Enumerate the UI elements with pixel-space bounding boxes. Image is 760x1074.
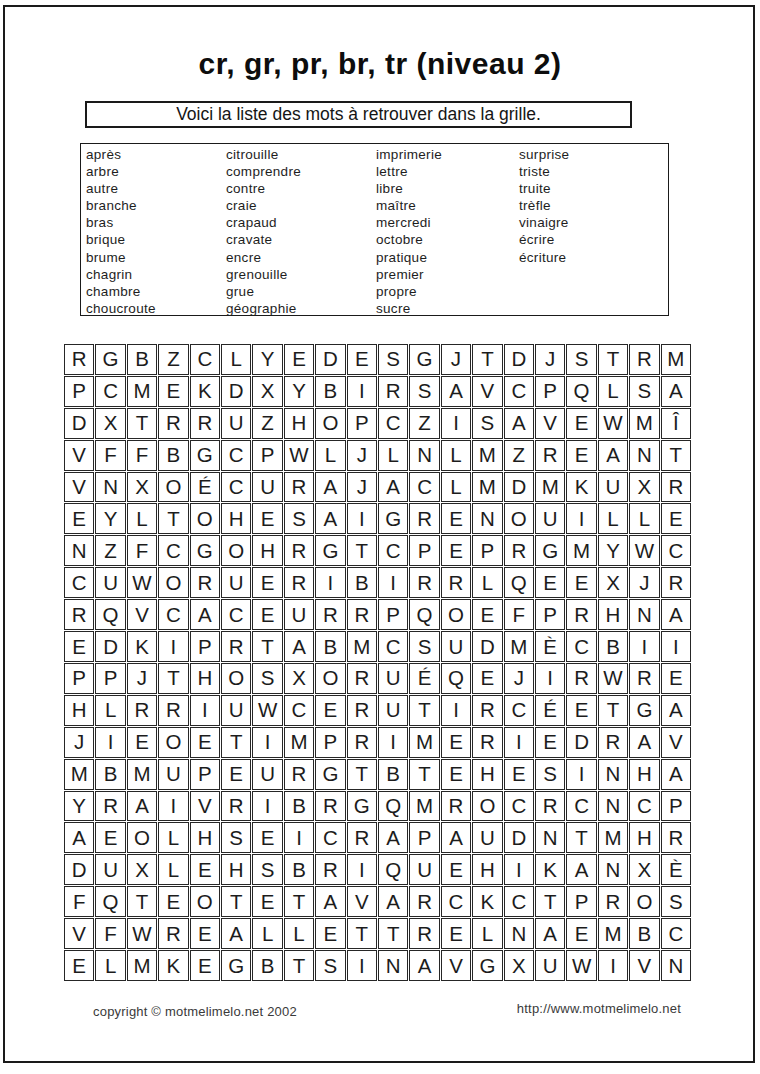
grid-cell[interactable]: R: [629, 344, 659, 375]
grid-cell[interactable]: E: [472, 663, 502, 694]
grid-cell[interactable]: C: [566, 631, 596, 662]
grid-cell[interactable]: E: [158, 886, 188, 917]
grid-cell[interactable]: U: [441, 631, 471, 662]
grid-cell[interactable]: Q: [409, 599, 439, 630]
grid-cell[interactable]: R: [347, 822, 377, 853]
grid-cell[interactable]: D: [566, 727, 596, 758]
grid-cell[interactable]: X: [284, 663, 314, 694]
grid-cell[interactable]: R: [441, 567, 471, 598]
grid-cell[interactable]: P: [378, 599, 408, 630]
grid-cell[interactable]: V: [661, 727, 691, 758]
grid-cell[interactable]: C: [190, 344, 220, 375]
grid-cell[interactable]: W: [127, 567, 157, 598]
grid-cell[interactable]: L: [629, 503, 659, 534]
grid-cell[interactable]: N: [409, 440, 439, 471]
grid-cell[interactable]: R: [472, 695, 502, 726]
grid-cell[interactable]: L: [158, 854, 188, 885]
grid-cell[interactable]: X: [252, 376, 282, 407]
grid-cell[interactable]: D: [64, 854, 94, 885]
grid-cell[interactable]: C: [284, 695, 314, 726]
grid-cell[interactable]: E: [441, 727, 471, 758]
grid-cell[interactable]: I: [378, 567, 408, 598]
grid-cell[interactable]: I: [441, 695, 471, 726]
grid-cell[interactable]: P: [661, 791, 691, 822]
grid-cell[interactable]: G: [315, 535, 345, 566]
grid-cell[interactable]: S: [315, 950, 345, 981]
grid-cell[interactable]: R: [64, 599, 94, 630]
grid-cell[interactable]: U: [221, 567, 251, 598]
grid-cell[interactable]: R: [535, 440, 565, 471]
grid-cell[interactable]: E: [190, 950, 220, 981]
grid-cell[interactable]: P: [409, 822, 439, 853]
grid-cell[interactable]: B: [629, 918, 659, 949]
grid-cell[interactable]: V: [347, 886, 377, 917]
grid-cell[interactable]: N: [535, 822, 565, 853]
grid-cell[interactable]: S: [409, 376, 439, 407]
grid-cell[interactable]: E: [64, 503, 94, 534]
grid-cell[interactable]: T: [252, 631, 282, 662]
grid-cell[interactable]: X: [95, 408, 125, 439]
grid-cell[interactable]: O: [315, 408, 345, 439]
grid-cell[interactable]: G: [95, 344, 125, 375]
grid-cell[interactable]: U: [535, 503, 565, 534]
grid-cell[interactable]: T: [598, 344, 628, 375]
grid-cell[interactable]: S: [566, 344, 596, 375]
grid-cell[interactable]: K: [472, 886, 502, 917]
grid-cell[interactable]: C: [661, 535, 691, 566]
grid-cell[interactable]: Z: [95, 535, 125, 566]
grid-cell[interactable]: W: [284, 440, 314, 471]
grid-cell[interactable]: T: [598, 695, 628, 726]
grid-cell[interactable]: R: [535, 791, 565, 822]
grid-cell[interactable]: F: [95, 918, 125, 949]
grid-cell[interactable]: É: [190, 472, 220, 503]
grid-cell[interactable]: Y: [284, 376, 314, 407]
grid-cell[interactable]: R: [472, 727, 502, 758]
grid-cell[interactable]: S: [378, 344, 408, 375]
grid-cell[interactable]: U: [535, 950, 565, 981]
grid-cell[interactable]: Y: [64, 791, 94, 822]
grid-cell[interactable]: I: [566, 503, 596, 534]
grid-cell[interactable]: R: [284, 535, 314, 566]
grid-cell[interactable]: J: [127, 663, 157, 694]
grid-cell[interactable]: R: [661, 567, 691, 598]
grid-cell[interactable]: L: [472, 567, 502, 598]
grid-cell[interactable]: M: [472, 472, 502, 503]
grid-cell[interactable]: A: [566, 854, 596, 885]
grid-cell[interactable]: L: [315, 440, 345, 471]
grid-cell[interactable]: U: [378, 663, 408, 694]
grid-cell[interactable]: H: [221, 854, 251, 885]
grid-cell[interactable]: T: [661, 440, 691, 471]
grid-cell[interactable]: A: [441, 822, 471, 853]
grid-cell[interactable]: V: [441, 950, 471, 981]
grid-cell[interactable]: M: [504, 631, 534, 662]
grid-cell[interactable]: K: [566, 472, 596, 503]
grid-cell[interactable]: R: [347, 599, 377, 630]
grid-cell[interactable]: B: [252, 950, 282, 981]
grid-cell[interactable]: I: [378, 727, 408, 758]
grid-cell[interactable]: N: [629, 599, 659, 630]
grid-cell[interactable]: V: [64, 918, 94, 949]
grid-cell[interactable]: R: [409, 503, 439, 534]
grid-cell[interactable]: C: [661, 918, 691, 949]
grid-cell[interactable]: P: [190, 631, 220, 662]
grid-cell[interactable]: R: [95, 791, 125, 822]
grid-cell[interactable]: U: [158, 759, 188, 790]
grid-cell[interactable]: I: [347, 376, 377, 407]
grid-cell[interactable]: N: [378, 950, 408, 981]
grid-cell[interactable]: J: [504, 663, 534, 694]
grid-cell[interactable]: R: [661, 822, 691, 853]
grid-cell[interactable]: I: [347, 503, 377, 534]
grid-cell[interactable]: E: [566, 918, 596, 949]
grid-cell[interactable]: U: [252, 472, 282, 503]
grid-cell[interactable]: T: [472, 344, 502, 375]
grid-cell[interactable]: D: [504, 344, 534, 375]
grid-cell[interactable]: W: [127, 918, 157, 949]
grid-cell[interactable]: R: [221, 631, 251, 662]
grid-cell[interactable]: I: [284, 822, 314, 853]
grid-cell[interactable]: U: [598, 472, 628, 503]
grid-cell[interactable]: T: [127, 886, 157, 917]
grid-cell[interactable]: Q: [378, 854, 408, 885]
grid-cell[interactable]: V: [629, 950, 659, 981]
grid-cell[interactable]: P: [64, 663, 94, 694]
grid-cell[interactable]: M: [64, 759, 94, 790]
grid-cell[interactable]: E: [566, 567, 596, 598]
grid-cell[interactable]: E: [441, 854, 471, 885]
grid-cell[interactable]: I: [347, 854, 377, 885]
grid-cell[interactable]: T: [409, 759, 439, 790]
grid-cell[interactable]: I: [252, 791, 282, 822]
grid-cell[interactable]: E: [472, 599, 502, 630]
grid-cell[interactable]: E: [95, 822, 125, 853]
grid-cell[interactable]: U: [409, 854, 439, 885]
grid-cell[interactable]: E: [347, 344, 377, 375]
grid-cell[interactable]: Y: [95, 503, 125, 534]
grid-cell[interactable]: U: [252, 759, 282, 790]
grid-cell[interactable]: P: [535, 376, 565, 407]
grid-cell[interactable]: R: [284, 472, 314, 503]
grid-cell[interactable]: A: [661, 759, 691, 790]
grid-cell[interactable]: C: [378, 535, 408, 566]
grid-cell[interactable]: N: [629, 440, 659, 471]
grid-cell[interactable]: L: [127, 503, 157, 534]
grid-cell[interactable]: P: [347, 408, 377, 439]
grid-cell[interactable]: T: [127, 408, 157, 439]
grid-cell[interactable]: J: [64, 727, 94, 758]
grid-cell[interactable]: G: [190, 440, 220, 471]
grid-cell[interactable]: G: [221, 950, 251, 981]
grid-cell[interactable]: I: [315, 567, 345, 598]
grid-cell[interactable]: A: [378, 886, 408, 917]
grid-cell[interactable]: I: [347, 950, 377, 981]
grid-cell[interactable]: O: [158, 727, 188, 758]
grid-cell[interactable]: R: [409, 567, 439, 598]
grid-cell[interactable]: E: [441, 503, 471, 534]
grid-cell[interactable]: D: [504, 472, 534, 503]
grid-cell[interactable]: R: [158, 408, 188, 439]
grid-cell[interactable]: B: [158, 440, 188, 471]
grid-cell[interactable]: M: [409, 727, 439, 758]
grid-cell[interactable]: O: [158, 567, 188, 598]
grid-cell[interactable]: G: [409, 344, 439, 375]
grid-cell[interactable]: V: [190, 791, 220, 822]
grid-cell[interactable]: D: [504, 822, 534, 853]
grid-cell[interactable]: E: [315, 918, 345, 949]
grid-cell[interactable]: D: [64, 408, 94, 439]
grid-cell[interactable]: I: [504, 727, 534, 758]
grid-cell[interactable]: G: [315, 759, 345, 790]
grid-cell[interactable]: E: [661, 503, 691, 534]
grid-cell[interactable]: F: [127, 440, 157, 471]
grid-cell[interactable]: E: [661, 663, 691, 694]
grid-cell[interactable]: Z: [158, 344, 188, 375]
grid-cell[interactable]: E: [127, 727, 157, 758]
grid-cell[interactable]: C: [378, 408, 408, 439]
grid-cell[interactable]: U: [95, 567, 125, 598]
grid-cell[interactable]: M: [284, 727, 314, 758]
grid-cell[interactable]: K: [158, 950, 188, 981]
grid-cell[interactable]: O: [629, 886, 659, 917]
grid-cell[interactable]: E: [441, 918, 471, 949]
grid-cell[interactable]: E: [190, 918, 220, 949]
grid-cell[interactable]: A: [221, 918, 251, 949]
grid-cell[interactable]: W: [566, 950, 596, 981]
grid-cell[interactable]: E: [566, 440, 596, 471]
grid-cell[interactable]: È: [535, 631, 565, 662]
grid-cell[interactable]: P: [535, 599, 565, 630]
grid-cell[interactable]: M: [127, 950, 157, 981]
grid-cell[interactable]: E: [190, 727, 220, 758]
grid-cell[interactable]: T: [378, 918, 408, 949]
grid-cell[interactable]: R: [409, 886, 439, 917]
grid-cell[interactable]: Z: [252, 408, 282, 439]
grid-cell[interactable]: L: [598, 376, 628, 407]
grid-cell[interactable]: O: [190, 503, 220, 534]
grid-cell[interactable]: J: [441, 344, 471, 375]
grid-cell[interactable]: B: [598, 631, 628, 662]
grid-cell[interactable]: H: [472, 854, 502, 885]
grid-cell[interactable]: T: [221, 886, 251, 917]
grid-cell[interactable]: R: [158, 695, 188, 726]
grid-cell[interactable]: A: [661, 376, 691, 407]
grid-cell[interactable]: Z: [504, 440, 534, 471]
grid-cell[interactable]: H: [598, 599, 628, 630]
grid-cell[interactable]: G: [629, 695, 659, 726]
grid-cell[interactable]: E: [252, 886, 282, 917]
grid-cell[interactable]: M: [127, 759, 157, 790]
grid-cell[interactable]: T: [284, 950, 314, 981]
grid-cell[interactable]: C: [221, 472, 251, 503]
grid-cell[interactable]: E: [315, 695, 345, 726]
grid-cell[interactable]: I: [190, 695, 220, 726]
grid-cell[interactable]: M: [347, 631, 377, 662]
grid-cell[interactable]: B: [127, 344, 157, 375]
grid-cell[interactable]: L: [472, 918, 502, 949]
grid-cell[interactable]: I: [629, 631, 659, 662]
grid-cell[interactable]: E: [566, 695, 596, 726]
grid-cell[interactable]: E: [566, 408, 596, 439]
grid-cell[interactable]: T: [158, 663, 188, 694]
grid-cell[interactable]: R: [566, 663, 596, 694]
grid-cell[interactable]: G: [190, 535, 220, 566]
grid-cell[interactable]: B: [95, 759, 125, 790]
grid-cell[interactable]: T: [158, 503, 188, 534]
grid-cell[interactable]: F: [127, 535, 157, 566]
grid-cell[interactable]: F: [64, 886, 94, 917]
grid-cell[interactable]: R: [441, 791, 471, 822]
grid-cell[interactable]: A: [190, 599, 220, 630]
grid-cell[interactable]: R: [347, 663, 377, 694]
grid-cell[interactable]: R: [347, 695, 377, 726]
grid-cell[interactable]: R: [598, 886, 628, 917]
grid-cell[interactable]: J: [629, 567, 659, 598]
grid-cell[interactable]: H: [190, 663, 220, 694]
grid-cell[interactable]: L: [441, 440, 471, 471]
grid-cell[interactable]: Q: [378, 791, 408, 822]
grid-cell[interactable]: N: [472, 503, 502, 534]
grid-cell[interactable]: O: [158, 472, 188, 503]
grid-cell[interactable]: J: [347, 440, 377, 471]
grid-cell[interactable]: D: [95, 631, 125, 662]
grid-cell[interactable]: X: [629, 854, 659, 885]
grid-cell[interactable]: T: [566, 822, 596, 853]
grid-cell[interactable]: K: [535, 854, 565, 885]
grid-cell[interactable]: M: [127, 376, 157, 407]
grid-cell[interactable]: R: [315, 599, 345, 630]
grid-cell[interactable]: S: [409, 631, 439, 662]
grid-cell[interactable]: S: [535, 759, 565, 790]
grid-cell[interactable]: S: [252, 663, 282, 694]
grid-cell[interactable]: E: [441, 535, 471, 566]
grid-cell[interactable]: Y: [252, 344, 282, 375]
grid-cell[interactable]: V: [535, 408, 565, 439]
grid-cell[interactable]: V: [64, 440, 94, 471]
grid-cell[interactable]: Î: [661, 408, 691, 439]
grid-cell[interactable]: T: [347, 535, 377, 566]
grid-cell[interactable]: È: [661, 854, 691, 885]
grid-cell[interactable]: A: [315, 503, 345, 534]
grid-cell[interactable]: É: [535, 695, 565, 726]
grid-cell[interactable]: U: [284, 599, 314, 630]
grid-cell[interactable]: U: [221, 695, 251, 726]
grid-cell[interactable]: S: [252, 854, 282, 885]
grid-cell[interactable]: G: [378, 503, 408, 534]
grid-cell[interactable]: C: [315, 822, 345, 853]
grid-cell[interactable]: P: [472, 535, 502, 566]
grid-cell[interactable]: L: [95, 695, 125, 726]
grid-cell[interactable]: J: [347, 472, 377, 503]
grid-cell[interactable]: R: [347, 727, 377, 758]
grid-cell[interactable]: M: [409, 791, 439, 822]
grid-cell[interactable]: C: [158, 535, 188, 566]
grid-cell[interactable]: A: [284, 631, 314, 662]
grid-cell[interactable]: Q: [95, 599, 125, 630]
grid-cell[interactable]: I: [661, 631, 691, 662]
grid-cell[interactable]: G: [347, 791, 377, 822]
grid-cell[interactable]: C: [95, 376, 125, 407]
grid-cell[interactable]: M: [472, 440, 502, 471]
grid-cell[interactable]: B: [284, 854, 314, 885]
grid-cell[interactable]: R: [221, 791, 251, 822]
grid-cell[interactable]: H: [472, 759, 502, 790]
grid-cell[interactable]: A: [661, 695, 691, 726]
grid-cell[interactable]: Q: [95, 886, 125, 917]
grid-cell[interactable]: M: [566, 535, 596, 566]
grid-cell[interactable]: B: [315, 631, 345, 662]
grid-cell[interactable]: O: [221, 663, 251, 694]
grid-cell[interactable]: V: [127, 599, 157, 630]
grid-cell[interactable]: T: [221, 727, 251, 758]
grid-cell[interactable]: E: [64, 631, 94, 662]
grid-cell[interactable]: Q: [566, 376, 596, 407]
grid-cell[interactable]: O: [221, 535, 251, 566]
grid-cell[interactable]: X: [127, 472, 157, 503]
grid-cell[interactable]: E: [221, 759, 251, 790]
grid-cell[interactable]: K: [190, 376, 220, 407]
grid-cell[interactable]: R: [409, 918, 439, 949]
grid-cell[interactable]: E: [441, 759, 471, 790]
grid-cell[interactable]: E: [252, 599, 282, 630]
grid-cell[interactable]: R: [190, 408, 220, 439]
grid-cell[interactable]: M: [598, 918, 628, 949]
grid-cell[interactable]: M: [661, 344, 691, 375]
grid-cell[interactable]: H: [629, 822, 659, 853]
grid-cell[interactable]: E: [535, 567, 565, 598]
grid-cell[interactable]: L: [284, 918, 314, 949]
grid-cell[interactable]: S: [221, 822, 251, 853]
grid-cell[interactable]: Q: [441, 663, 471, 694]
grid-cell[interactable]: C: [221, 599, 251, 630]
grid-cell[interactable]: C: [504, 695, 534, 726]
grid-cell[interactable]: C: [409, 472, 439, 503]
grid-cell[interactable]: E: [252, 567, 282, 598]
grid-cell[interactable]: R: [378, 376, 408, 407]
grid-cell[interactable]: M: [598, 822, 628, 853]
grid-cell[interactable]: R: [661, 472, 691, 503]
grid-cell[interactable]: A: [378, 472, 408, 503]
grid-cell[interactable]: L: [378, 440, 408, 471]
grid-cell[interactable]: N: [504, 918, 534, 949]
grid-cell[interactable]: V: [472, 376, 502, 407]
grid-cell[interactable]: P: [409, 535, 439, 566]
grid-cell[interactable]: I: [95, 727, 125, 758]
grid-cell[interactable]: U: [95, 854, 125, 885]
grid-cell[interactable]: P: [315, 727, 345, 758]
grid-cell[interactable]: R: [64, 344, 94, 375]
grid-cell[interactable]: P: [64, 376, 94, 407]
grid-cell[interactable]: L: [252, 918, 282, 949]
grid-cell[interactable]: A: [378, 822, 408, 853]
grid-cell[interactable]: B: [284, 791, 314, 822]
grid-cell[interactable]: H: [284, 408, 314, 439]
grid-cell[interactable]: V: [64, 472, 94, 503]
grid-cell[interactable]: E: [158, 376, 188, 407]
grid-cell[interactable]: C: [504, 791, 534, 822]
grid-cell[interactable]: D: [221, 376, 251, 407]
grid-cell[interactable]: L: [221, 344, 251, 375]
grid-cell[interactable]: L: [95, 950, 125, 981]
grid-cell[interactable]: A: [598, 440, 628, 471]
grid-cell[interactable]: P: [566, 886, 596, 917]
grid-cell[interactable]: O: [127, 822, 157, 853]
grid-cell[interactable]: P: [95, 663, 125, 694]
grid-cell[interactable]: W: [598, 408, 628, 439]
grid-cell[interactable]: E: [252, 503, 282, 534]
grid-cell[interactable]: B: [347, 567, 377, 598]
